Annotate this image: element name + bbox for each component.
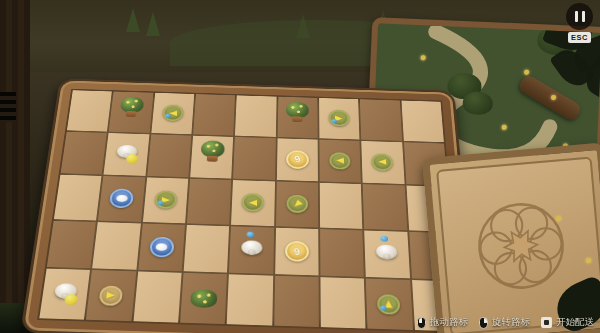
board-cell[interactable] [320, 183, 363, 229]
swirl-9-icon: 9 [293, 155, 301, 164]
board-cell[interactable] [235, 95, 276, 136]
mouse-right-button-icon [479, 317, 488, 329]
pine-tree-silhouette [146, 12, 160, 36]
waypoint-plate[interactable] [99, 285, 124, 305]
pause-icon [582, 11, 585, 22]
hint-start-label: 开始配送 [556, 316, 594, 329]
board-cell[interactable] [54, 175, 102, 221]
rosette-carving-icon [465, 190, 578, 303]
board-cell[interactable] [401, 101, 444, 142]
pine-tree-silhouette [296, 14, 310, 38]
blue-target-plate [149, 237, 174, 258]
vent-grille [0, 92, 16, 122]
board-cell[interactable] [39, 269, 90, 320]
blue-ball [247, 231, 255, 237]
board-cell[interactable] [363, 184, 407, 230]
yellow-ball [126, 154, 139, 164]
board-cell[interactable] [231, 180, 274, 226]
blue-target-plate [109, 189, 134, 209]
waypoint-plate[interactable] [377, 294, 400, 315]
pause-button[interactable] [566, 3, 593, 30]
board-cell[interactable] [233, 137, 275, 180]
tree-piece [119, 96, 144, 119]
board-cell[interactable] [277, 97, 317, 138]
garden-tree [462, 91, 493, 115]
sheep-head [248, 249, 256, 255]
board-cell[interactable] [190, 135, 233, 178]
hint-drag-label: 拖动路标 [430, 316, 468, 329]
board-cell[interactable] [47, 221, 96, 269]
sheep-piece [373, 242, 400, 261]
board-cell[interactable] [104, 133, 149, 176]
waypoint-plate[interactable] [162, 105, 184, 122]
board-cell[interactable] [184, 225, 230, 273]
board-cell[interactable]: 9 [275, 228, 319, 276]
board-cell[interactable] [133, 272, 181, 323]
esc-key-label: ESC [568, 32, 591, 43]
board-cell[interactable] [187, 179, 231, 225]
board-cell[interactable] [92, 222, 140, 270]
pause-icon [575, 11, 578, 22]
board-frame: 99 [20, 78, 478, 333]
waypoint-plate[interactable] [286, 195, 307, 213]
board-3d-wrapper: 99 [20, 78, 478, 333]
waypoint-plate[interactable] [242, 194, 264, 212]
sheep-face-icon [156, 243, 168, 251]
direction-arrow-icon [107, 292, 117, 299]
board-cell[interactable] [147, 134, 191, 177]
board-cell[interactable] [229, 226, 274, 274]
board-cell[interactable] [143, 178, 189, 224]
swirl-9-icon: 9 [293, 246, 302, 257]
tree-piece [200, 141, 225, 165]
board-cell[interactable] [320, 278, 365, 329]
board-cell[interactable] [151, 93, 194, 134]
board-grid: 99 [37, 89, 462, 333]
board-cell[interactable] [109, 92, 153, 133]
board-cell[interactable] [61, 131, 107, 174]
board-cell[interactable] [274, 276, 319, 327]
hint-drag-waypoint: 拖动路标 [417, 316, 468, 329]
board-cell[interactable] [365, 230, 410, 278]
keyboard-key-icon [541, 317, 552, 328]
board-cell[interactable] [67, 90, 112, 131]
tree-pot [126, 111, 137, 117]
waypoint-plate[interactable] [329, 110, 350, 127]
game-scene: 99 ESC 拖动路标 [0, 0, 600, 333]
board-cell[interactable] [319, 139, 361, 182]
direction-arrow-icon [336, 158, 344, 164]
board-cell[interactable] [193, 94, 235, 135]
board-cell[interactable] [138, 223, 185, 271]
pine-tree-silhouette [126, 8, 140, 32]
gold-target-plate: 9 [286, 150, 309, 169]
mouse-left-button-icon [417, 317, 426, 329]
board-cell[interactable] [276, 182, 318, 228]
flower-dot [586, 258, 591, 263]
board-cell[interactable] [319, 98, 360, 139]
direction-arrow-icon [249, 200, 258, 206]
direction-arrow-icon [292, 200, 303, 209]
hint-rotate-label: 旋转路标 [492, 316, 530, 329]
sheep-piece [238, 238, 265, 257]
sheep-piece [50, 282, 80, 302]
board-cell[interactable] [86, 270, 136, 321]
flower-dot [556, 216, 561, 221]
board-cell[interactable]: 9 [277, 138, 318, 181]
sheep-piece [113, 144, 140, 161]
blue-dot-marker [157, 201, 163, 206]
board-cell[interactable] [360, 99, 402, 140]
box-left-wall [0, 0, 30, 333]
yellow-ball [64, 294, 78, 306]
waypoint-plate[interactable] [154, 191, 177, 209]
waypoint-plate[interactable] [372, 153, 393, 170]
hint-rotate-waypoint: 旋转路标 [479, 316, 530, 329]
control-hints-bar: 拖动路标 旋转路标 开始配送 [417, 316, 594, 329]
blue-dot-marker [332, 119, 337, 123]
board-cell[interactable] [320, 229, 364, 277]
gold-target-plate: 9 [285, 241, 309, 262]
sheep-face-icon [116, 195, 128, 202]
bush-piece [190, 289, 217, 308]
sheep-head [383, 253, 391, 259]
board-cell[interactable] [180, 273, 227, 324]
blue-dot-marker [165, 114, 171, 118]
board-cell[interactable] [366, 279, 413, 330]
tree-pot [206, 156, 217, 162]
board-cell[interactable] [362, 141, 405, 184]
tree-piece [286, 102, 309, 125]
waypoint-plate[interactable] [330, 152, 351, 169]
board-cell[interactable] [227, 275, 273, 326]
direction-arrow-icon [378, 159, 386, 165]
blue-ball [380, 235, 388, 241]
tree-pot [292, 116, 303, 122]
hint-start-delivery: 开始配送 [541, 316, 594, 329]
board-cell[interactable] [98, 176, 145, 222]
